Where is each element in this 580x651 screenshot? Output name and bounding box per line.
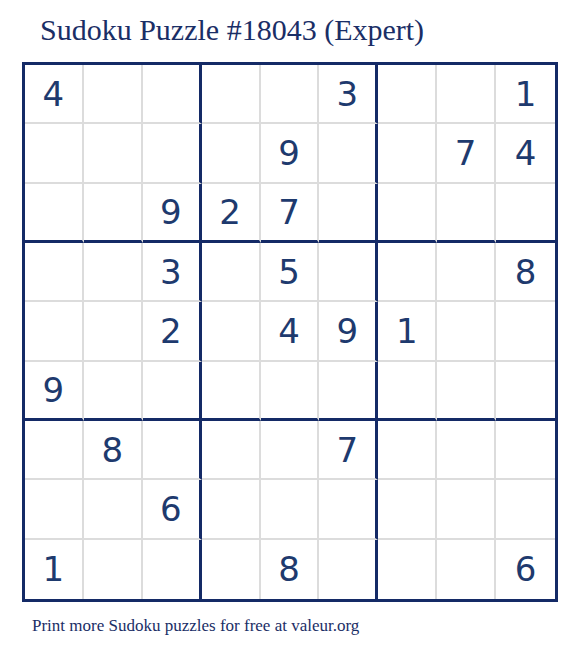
cell-r4c9: 8 bbox=[496, 243, 555, 302]
cell-r4c6 bbox=[319, 243, 378, 302]
cell-r4c8 bbox=[437, 243, 496, 302]
cell-r9c4 bbox=[202, 540, 261, 599]
cell-r8c1 bbox=[25, 480, 84, 539]
cell-r8c3: 6 bbox=[143, 480, 202, 539]
cell-r1c4 bbox=[202, 65, 261, 124]
cell-r5c7: 1 bbox=[378, 302, 437, 361]
cell-r4c5: 5 bbox=[261, 243, 320, 302]
cell-r2c7 bbox=[378, 124, 437, 183]
cell-r7c7 bbox=[378, 421, 437, 480]
cell-r7c9 bbox=[496, 421, 555, 480]
cell-r7c4 bbox=[202, 421, 261, 480]
cell-r3c4: 2 bbox=[202, 184, 261, 243]
cell-r7c3 bbox=[143, 421, 202, 480]
cell-r8c4 bbox=[202, 480, 261, 539]
cell-r9c5: 8 bbox=[261, 540, 320, 599]
page: Sudoku Puzzle #18043 (Expert) 4319749273… bbox=[0, 0, 580, 651]
cell-r1c5 bbox=[261, 65, 320, 124]
cell-r1c6: 3 bbox=[319, 65, 378, 124]
cell-r5c6: 9 bbox=[319, 302, 378, 361]
cell-r7c5 bbox=[261, 421, 320, 480]
cell-r6c3 bbox=[143, 362, 202, 421]
cell-r9c1: 1 bbox=[25, 540, 84, 599]
cell-r9c2 bbox=[84, 540, 143, 599]
cell-r6c7 bbox=[378, 362, 437, 421]
cell-r3c5: 7 bbox=[261, 184, 320, 243]
cell-r6c5 bbox=[261, 362, 320, 421]
cell-r9c8 bbox=[437, 540, 496, 599]
cell-r3c8 bbox=[437, 184, 496, 243]
cell-r6c6 bbox=[319, 362, 378, 421]
cell-r2c6 bbox=[319, 124, 378, 183]
cell-r7c6: 7 bbox=[319, 421, 378, 480]
cell-r7c8 bbox=[437, 421, 496, 480]
footer-note: Print more Sudoku puzzles for free at va… bbox=[32, 616, 359, 636]
cell-r3c3: 9 bbox=[143, 184, 202, 243]
cell-r2c3 bbox=[143, 124, 202, 183]
cell-r6c8 bbox=[437, 362, 496, 421]
cell-r6c4 bbox=[202, 362, 261, 421]
page-title: Sudoku Puzzle #18043 (Expert) bbox=[40, 13, 424, 47]
cell-r4c3: 3 bbox=[143, 243, 202, 302]
cell-r3c9 bbox=[496, 184, 555, 243]
cell-r2c4 bbox=[202, 124, 261, 183]
cell-r4c1 bbox=[25, 243, 84, 302]
cell-r9c6 bbox=[319, 540, 378, 599]
cell-r4c4 bbox=[202, 243, 261, 302]
cell-r8c8 bbox=[437, 480, 496, 539]
cell-r5c9 bbox=[496, 302, 555, 361]
sudoku-grid: 43197492735824919876186 bbox=[22, 62, 558, 602]
cell-r1c3 bbox=[143, 65, 202, 124]
cell-r2c1 bbox=[25, 124, 84, 183]
cell-r1c7 bbox=[378, 65, 437, 124]
cell-r5c8 bbox=[437, 302, 496, 361]
cell-r7c1 bbox=[25, 421, 84, 480]
cell-r3c2 bbox=[84, 184, 143, 243]
cell-r5c2 bbox=[84, 302, 143, 361]
cell-r8c9 bbox=[496, 480, 555, 539]
cell-r6c1: 9 bbox=[25, 362, 84, 421]
cell-r7c2: 8 bbox=[84, 421, 143, 480]
cell-r1c9: 1 bbox=[496, 65, 555, 124]
cell-r9c3 bbox=[143, 540, 202, 599]
cell-r1c2 bbox=[84, 65, 143, 124]
cell-r5c4 bbox=[202, 302, 261, 361]
cell-r4c2 bbox=[84, 243, 143, 302]
cell-r9c9: 6 bbox=[496, 540, 555, 599]
cell-r8c7 bbox=[378, 480, 437, 539]
cell-r5c3: 2 bbox=[143, 302, 202, 361]
cell-r2c8: 7 bbox=[437, 124, 496, 183]
cell-r6c9 bbox=[496, 362, 555, 421]
cell-r5c1 bbox=[25, 302, 84, 361]
cell-r8c5 bbox=[261, 480, 320, 539]
cell-r3c7 bbox=[378, 184, 437, 243]
cell-r1c8 bbox=[437, 65, 496, 124]
cell-r2c2 bbox=[84, 124, 143, 183]
cell-r9c7 bbox=[378, 540, 437, 599]
cell-r8c6 bbox=[319, 480, 378, 539]
cell-r4c7 bbox=[378, 243, 437, 302]
cell-r3c1 bbox=[25, 184, 84, 243]
cell-r2c9: 4 bbox=[496, 124, 555, 183]
cell-r1c1: 4 bbox=[25, 65, 84, 124]
cell-r5c5: 4 bbox=[261, 302, 320, 361]
cell-r2c5: 9 bbox=[261, 124, 320, 183]
cell-r8c2 bbox=[84, 480, 143, 539]
cell-r3c6 bbox=[319, 184, 378, 243]
cell-r6c2 bbox=[84, 362, 143, 421]
